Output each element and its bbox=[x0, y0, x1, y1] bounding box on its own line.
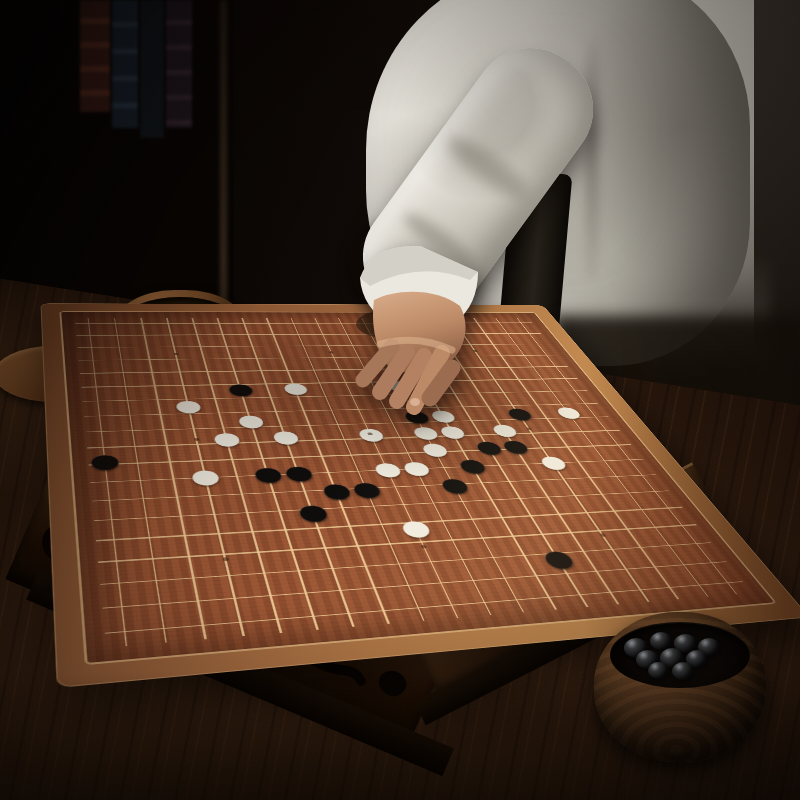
board-cell bbox=[89, 470, 125, 491]
board-cell bbox=[120, 450, 155, 470]
board-cell bbox=[84, 416, 117, 434]
board-cell bbox=[211, 338, 240, 349]
black-stone: ● bbox=[225, 381, 256, 397]
board-cell bbox=[132, 338, 161, 349]
board-cell bbox=[166, 370, 197, 382]
board-cell bbox=[201, 527, 241, 552]
board-cell bbox=[86, 433, 120, 452]
board-cell bbox=[206, 549, 246, 570]
board-cell bbox=[244, 358, 274, 369]
board-cell bbox=[217, 359, 247, 370]
board-cell bbox=[143, 619, 186, 644]
board-cell bbox=[185, 338, 214, 349]
board-cell bbox=[191, 359, 221, 371]
board-cell bbox=[133, 349, 163, 360]
board-cell bbox=[106, 349, 136, 360]
board-cell bbox=[103, 328, 132, 338]
board-cell bbox=[230, 318, 258, 328]
board-cell bbox=[75, 318, 103, 328]
board-cell bbox=[138, 371, 169, 383]
board-cell bbox=[155, 467, 191, 488]
board-cell: ● bbox=[88, 451, 123, 471]
board-cell bbox=[145, 414, 179, 432]
black-bowl-stones bbox=[610, 622, 750, 688]
board-cell bbox=[125, 488, 162, 510]
board-cell bbox=[193, 370, 224, 382]
board-cell: ● bbox=[187, 466, 224, 487]
black-stone-bowl bbox=[594, 612, 766, 762]
board-cell bbox=[221, 370, 252, 382]
black-bowl-opening bbox=[610, 622, 750, 688]
board-cell bbox=[240, 348, 270, 359]
board-cell: ● bbox=[172, 397, 205, 414]
board-cell bbox=[175, 413, 209, 431]
board-cell bbox=[252, 590, 294, 613]
bowl-black-stone bbox=[672, 662, 694, 680]
board-cell bbox=[79, 360, 109, 372]
hand-placing-stone bbox=[300, 238, 490, 428]
board-cell bbox=[117, 432, 151, 451]
board-cell bbox=[166, 529, 205, 554]
board-cell bbox=[137, 573, 178, 601]
board-cell bbox=[174, 570, 216, 598]
board-cell bbox=[191, 485, 229, 507]
board-cell bbox=[78, 349, 108, 360]
book-spine bbox=[80, 0, 110, 112]
board-cell bbox=[257, 610, 300, 634]
board-cell bbox=[93, 511, 131, 535]
board-cell bbox=[183, 448, 219, 468]
book-spine bbox=[140, 0, 164, 138]
board-cell bbox=[148, 431, 182, 450]
board-cell bbox=[135, 360, 165, 372]
board-cell bbox=[76, 328, 105, 339]
board-cell bbox=[180, 318, 208, 328]
board-cell bbox=[162, 507, 200, 530]
board-cell bbox=[128, 318, 156, 328]
board-cell bbox=[168, 382, 200, 398]
board-cell bbox=[107, 360, 137, 372]
board-cell bbox=[220, 613, 263, 638]
board-cell bbox=[182, 328, 211, 338]
board-cell bbox=[83, 399, 115, 416]
book-spine bbox=[166, 0, 192, 128]
board-cell bbox=[161, 348, 191, 359]
board-cell bbox=[111, 383, 143, 399]
black-stone: ● bbox=[89, 451, 122, 471]
board-cell bbox=[182, 616, 225, 641]
board-cell bbox=[179, 430, 214, 449]
board-cell bbox=[113, 399, 146, 416]
board-cell bbox=[240, 547, 280, 568]
board-cell bbox=[152, 449, 187, 469]
board-cell bbox=[109, 371, 140, 383]
board-cell bbox=[196, 505, 235, 528]
board-cell bbox=[154, 318, 182, 328]
board-cell bbox=[156, 328, 185, 338]
board-cell bbox=[159, 487, 196, 509]
board-cell bbox=[214, 348, 244, 359]
white-stone: ● bbox=[210, 429, 243, 447]
board-cell bbox=[130, 328, 159, 338]
board-cell bbox=[197, 382, 229, 398]
go-photo-scene: ●●●●●●●●●●●●●●●●●●●●●●●●●●●●●●●● bbox=[0, 0, 800, 800]
white-stone: ● bbox=[235, 412, 267, 429]
board-cell bbox=[81, 384, 113, 400]
board-cell bbox=[122, 468, 158, 489]
board-cell bbox=[134, 554, 173, 575]
board-cell bbox=[205, 318, 233, 328]
board-cell bbox=[188, 348, 218, 359]
fingernail bbox=[410, 398, 420, 406]
board-cell bbox=[128, 509, 166, 533]
white-stone: ● bbox=[173, 397, 204, 414]
board-cell bbox=[158, 338, 187, 349]
board-cell bbox=[80, 372, 111, 384]
board-cell bbox=[140, 383, 172, 399]
board-cell bbox=[170, 551, 209, 572]
bowl-black-stone bbox=[648, 662, 669, 679]
board-cell bbox=[91, 490, 128, 513]
board-cell bbox=[237, 337, 266, 348]
book-spine bbox=[112, 0, 138, 128]
board-cell bbox=[101, 318, 129, 328]
board-cell bbox=[115, 415, 148, 433]
board-cell bbox=[77, 338, 106, 349]
board-cell bbox=[104, 338, 133, 349]
board-cell bbox=[142, 398, 175, 415]
board-cell bbox=[100, 575, 141, 603]
board-cell bbox=[131, 531, 170, 556]
board-cell bbox=[104, 622, 146, 648]
board-cell bbox=[95, 533, 134, 558]
board-cell bbox=[208, 328, 237, 338]
board-cell bbox=[163, 359, 193, 371]
board-cell bbox=[233, 327, 262, 337]
board-cell bbox=[98, 556, 137, 578]
white-stone: ● bbox=[188, 466, 222, 487]
robe-fold bbox=[585, 30, 599, 280]
